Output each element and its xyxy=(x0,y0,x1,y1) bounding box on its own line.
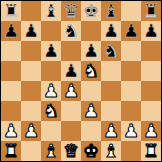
square-f2[interactable]: ♟ xyxy=(101,121,121,141)
square-a6[interactable] xyxy=(1,41,21,61)
white-rook[interactable]: ♜ xyxy=(3,141,19,161)
square-d6[interactable] xyxy=(61,41,81,61)
square-c4[interactable]: ♟ xyxy=(41,81,61,101)
black-rook[interactable]: ♜ xyxy=(3,1,19,21)
square-d7[interactable]: ♞ xyxy=(61,21,81,41)
black-bishop[interactable]: ♝ xyxy=(103,1,119,21)
white-pawn[interactable]: ♟ xyxy=(83,101,99,121)
square-d8[interactable]: ♛ xyxy=(61,1,81,21)
black-pawn[interactable]: ♟ xyxy=(143,21,159,41)
square-a2[interactable]: ♟ xyxy=(1,121,21,141)
square-h8[interactable]: ♜ xyxy=(141,1,161,21)
square-c8[interactable]: ♝ xyxy=(41,1,61,21)
square-f3[interactable] xyxy=(101,101,121,121)
white-pawn[interactable]: ♟ xyxy=(23,121,39,141)
square-b3[interactable] xyxy=(21,101,41,121)
square-b5[interactable] xyxy=(21,61,41,81)
square-e6[interactable]: ♟ xyxy=(81,41,101,61)
white-pawn[interactable]: ♟ xyxy=(3,121,19,141)
white-bishop[interactable]: ♝ xyxy=(103,141,119,161)
square-h5[interactable] xyxy=(141,61,161,81)
square-e5[interactable]: ♞ xyxy=(81,61,101,81)
square-g3[interactable] xyxy=(121,101,141,121)
square-e4[interactable] xyxy=(81,81,101,101)
square-c5[interactable] xyxy=(41,61,61,81)
square-c2[interactable] xyxy=(41,121,61,141)
square-b7[interactable]: ♟ xyxy=(21,21,41,41)
square-c3[interactable]: ♞ xyxy=(41,101,61,121)
black-knight[interactable]: ♞ xyxy=(103,41,119,61)
square-f1[interactable]: ♝ xyxy=(101,141,121,161)
square-b6[interactable] xyxy=(21,41,41,61)
square-d1[interactable]: ♛ xyxy=(61,141,81,161)
square-c1[interactable]: ♝ xyxy=(41,141,61,161)
white-pawn[interactable]: ♟ xyxy=(143,121,159,141)
square-h4[interactable] xyxy=(141,81,161,101)
square-b8[interactable] xyxy=(21,1,41,21)
square-e2[interactable] xyxy=(81,121,101,141)
black-bishop[interactable]: ♝ xyxy=(43,1,59,21)
white-rook[interactable]: ♜ xyxy=(143,141,159,161)
square-e1[interactable]: ♚ xyxy=(81,141,101,161)
square-e7[interactable] xyxy=(81,21,101,41)
square-h6[interactable] xyxy=(141,41,161,61)
white-knight[interactable]: ♞ xyxy=(83,61,99,81)
chess-board: ♜♝♛♚♝♜♟♟♞♟♟♟♟♟♞♟♞♟♟♞♟♟♟♟♟♟♜♝♛♚♝♜ xyxy=(0,0,162,162)
square-h1[interactable]: ♜ xyxy=(141,141,161,161)
square-a1[interactable]: ♜ xyxy=(1,141,21,161)
square-a3[interactable] xyxy=(1,101,21,121)
white-pawn[interactable]: ♟ xyxy=(123,121,139,141)
square-f4[interactable] xyxy=(101,81,121,101)
square-e3[interactable]: ♟ xyxy=(81,101,101,121)
square-a8[interactable]: ♜ xyxy=(1,1,21,21)
black-knight[interactable]: ♞ xyxy=(63,21,79,41)
square-h2[interactable]: ♟ xyxy=(141,121,161,141)
square-g6[interactable] xyxy=(121,41,141,61)
black-pawn[interactable]: ♟ xyxy=(63,61,79,81)
white-queen[interactable]: ♛ xyxy=(63,141,79,161)
white-knight[interactable]: ♞ xyxy=(43,101,59,121)
black-rook[interactable]: ♜ xyxy=(143,1,159,21)
white-king[interactable]: ♚ xyxy=(83,141,99,161)
square-a7[interactable]: ♟ xyxy=(1,21,21,41)
square-h7[interactable]: ♟ xyxy=(141,21,161,41)
square-g1[interactable] xyxy=(121,141,141,161)
white-pawn[interactable]: ♟ xyxy=(43,81,59,101)
white-bishop[interactable]: ♝ xyxy=(43,141,59,161)
square-d4[interactable]: ♟ xyxy=(61,81,81,101)
square-d2[interactable] xyxy=(61,121,81,141)
square-d5[interactable]: ♟ xyxy=(61,61,81,81)
square-d3[interactable] xyxy=(61,101,81,121)
square-g7[interactable]: ♟ xyxy=(121,21,141,41)
square-a5[interactable] xyxy=(1,61,21,81)
black-pawn[interactable]: ♟ xyxy=(3,21,19,41)
square-e8[interactable]: ♚ xyxy=(81,1,101,21)
square-b2[interactable]: ♟ xyxy=(21,121,41,141)
square-h3[interactable] xyxy=(141,101,161,121)
square-f8[interactable]: ♝ xyxy=(101,1,121,21)
square-b1[interactable] xyxy=(21,141,41,161)
black-pawn[interactable]: ♟ xyxy=(103,21,119,41)
square-c7[interactable] xyxy=(41,21,61,41)
square-f5[interactable] xyxy=(101,61,121,81)
square-g5[interactable] xyxy=(121,61,141,81)
square-f6[interactable]: ♞ xyxy=(101,41,121,61)
black-pawn[interactable]: ♟ xyxy=(83,41,99,61)
black-king[interactable]: ♚ xyxy=(83,1,99,21)
square-f7[interactable]: ♟ xyxy=(101,21,121,41)
white-pawn[interactable]: ♟ xyxy=(63,81,79,101)
square-b4[interactable] xyxy=(21,81,41,101)
black-pawn[interactable]: ♟ xyxy=(23,21,39,41)
square-c6[interactable]: ♟ xyxy=(41,41,61,61)
square-g8[interactable] xyxy=(121,1,141,21)
square-a4[interactable] xyxy=(1,81,21,101)
black-pawn[interactable]: ♟ xyxy=(123,21,139,41)
white-pawn[interactable]: ♟ xyxy=(103,121,119,141)
black-pawn[interactable]: ♟ xyxy=(43,41,59,61)
square-g4[interactable] xyxy=(121,81,141,101)
black-queen[interactable]: ♛ xyxy=(63,1,79,21)
square-g2[interactable]: ♟ xyxy=(121,121,141,141)
